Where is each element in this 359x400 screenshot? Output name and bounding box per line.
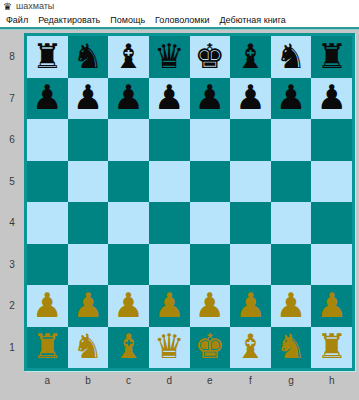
square-c5[interactable] — [108, 161, 149, 203]
square-d7[interactable]: ♟ — [149, 78, 190, 120]
piece-white-knight[interactable]: ♞ — [73, 329, 103, 363]
square-e3[interactable] — [190, 244, 231, 286]
square-e5[interactable] — [190, 161, 231, 203]
square-d4[interactable] — [149, 202, 190, 244]
piece-white-pawn[interactable]: ♟ — [235, 288, 265, 322]
rank-label-6: 6 — [0, 119, 24, 161]
square-a4[interactable] — [27, 202, 68, 244]
square-f2[interactable]: ♟ — [230, 285, 271, 327]
square-f3[interactable] — [230, 244, 271, 286]
square-h5[interactable] — [311, 161, 352, 203]
piece-white-queen[interactable]: ♛ — [154, 329, 184, 363]
menu-item-edit[interactable]: Редактировать — [33, 14, 105, 27]
piece-black-bishop[interactable]: ♝ — [235, 39, 265, 73]
square-c8[interactable]: ♝ — [108, 36, 149, 78]
piece-white-rook[interactable]: ♜ — [32, 329, 62, 363]
square-b7[interactable]: ♟ — [68, 78, 109, 120]
rank-label-3: 3 — [0, 244, 24, 286]
square-a5[interactable] — [27, 161, 68, 203]
square-h7[interactable]: ♟ — [311, 78, 352, 120]
piece-black-pawn[interactable]: ♟ — [32, 80, 62, 114]
rank-labels: 87654321 — [0, 36, 24, 368]
square-e2[interactable]: ♟ — [190, 285, 231, 327]
file-label-a: a — [27, 375, 68, 389]
board-area: 87654321 ♜♞♝♛♚♝♞♜♟♟♟♟♟♟♟♟♟♟♟♟♟♟♟♟♜♞♝♛♚♝♞… — [0, 30, 359, 400]
square-h4[interactable] — [311, 202, 352, 244]
piece-white-pawn[interactable]: ♟ — [73, 288, 103, 322]
piece-white-pawn[interactable]: ♟ — [276, 288, 306, 322]
square-d8[interactable]: ♛ — [149, 36, 190, 78]
square-g5[interactable] — [271, 161, 312, 203]
square-d3[interactable] — [149, 244, 190, 286]
square-g6[interactable] — [271, 119, 312, 161]
square-g4[interactable] — [271, 202, 312, 244]
piece-white-bishop[interactable]: ♝ — [235, 329, 265, 363]
square-b1[interactable]: ♞ — [68, 327, 109, 369]
square-c2[interactable]: ♟ — [108, 285, 149, 327]
menu-item-puzzles[interactable]: Головоломки — [150, 14, 214, 27]
rank-label-8: 8 — [0, 36, 24, 78]
square-g8[interactable]: ♞ — [271, 36, 312, 78]
square-b3[interactable] — [68, 244, 109, 286]
piece-black-rook[interactable]: ♜ — [32, 39, 62, 73]
square-e6[interactable] — [190, 119, 231, 161]
square-g7[interactable]: ♟ — [271, 78, 312, 120]
file-label-c: c — [108, 375, 149, 389]
piece-white-pawn[interactable]: ♟ — [113, 288, 143, 322]
menu-item-opening-book[interactable]: Дебютная книга — [215, 14, 291, 27]
piece-white-pawn[interactable]: ♟ — [32, 288, 62, 322]
square-d5[interactable] — [149, 161, 190, 203]
file-label-e: e — [190, 375, 231, 389]
square-g3[interactable] — [271, 244, 312, 286]
square-e1[interactable]: ♚ — [190, 327, 231, 369]
square-a7[interactable]: ♟ — [27, 78, 68, 120]
piece-white-rook[interactable]: ♜ — [316, 329, 346, 363]
rank-label-1: 1 — [0, 327, 24, 369]
piece-black-king[interactable]: ♚ — [195, 39, 225, 73]
piece-black-pawn[interactable]: ♟ — [154, 80, 184, 114]
piece-black-pawn[interactable]: ♟ — [316, 80, 346, 114]
menu-item-file[interactable]: Файл — [1, 14, 33, 27]
square-d6[interactable] — [149, 119, 190, 161]
square-h1[interactable]: ♜ — [311, 327, 352, 369]
file-label-f: f — [230, 375, 271, 389]
menu-item-help[interactable]: Помощь — [105, 14, 150, 27]
piece-black-rook[interactable]: ♜ — [316, 39, 346, 73]
square-a3[interactable] — [27, 244, 68, 286]
piece-white-bishop[interactable]: ♝ — [113, 329, 143, 363]
square-d1[interactable]: ♛ — [149, 327, 190, 369]
piece-black-queen[interactable]: ♛ — [154, 39, 184, 73]
square-c1[interactable]: ♝ — [108, 327, 149, 369]
rank-label-5: 5 — [0, 161, 24, 203]
square-b6[interactable] — [68, 119, 109, 161]
rank-label-4: 4 — [0, 202, 24, 244]
square-a6[interactable] — [27, 119, 68, 161]
square-a1[interactable]: ♜ — [27, 327, 68, 369]
piece-black-knight[interactable]: ♞ — [276, 39, 306, 73]
file-label-g: g — [271, 375, 312, 389]
square-f1[interactable]: ♝ — [230, 327, 271, 369]
square-b5[interactable] — [68, 161, 109, 203]
title-bar: ♛ шахматы — [0, 0, 359, 13]
chess-board: ♜♞♝♛♚♝♞♜♟♟♟♟♟♟♟♟♟♟♟♟♟♟♟♟♜♞♝♛♚♝♞♜ — [24, 33, 355, 371]
piece-black-pawn[interactable]: ♟ — [235, 80, 265, 114]
piece-black-pawn[interactable]: ♟ — [73, 80, 103, 114]
square-h3[interactable] — [311, 244, 352, 286]
square-h6[interactable] — [311, 119, 352, 161]
square-e4[interactable] — [190, 202, 231, 244]
chess-app-icon: ♛ — [3, 2, 12, 12]
file-label-b: b — [68, 375, 109, 389]
square-c4[interactable] — [108, 202, 149, 244]
square-f6[interactable] — [230, 119, 271, 161]
square-g2[interactable]: ♟ — [271, 285, 312, 327]
piece-white-king[interactable]: ♚ — [195, 329, 225, 363]
square-a8[interactable]: ♜ — [27, 36, 68, 78]
square-f8[interactable]: ♝ — [230, 36, 271, 78]
square-h8[interactable]: ♜ — [311, 36, 352, 78]
square-f7[interactable]: ♟ — [230, 78, 271, 120]
rank-label-2: 2 — [0, 285, 24, 327]
square-c6[interactable] — [108, 119, 149, 161]
square-b2[interactable]: ♟ — [68, 285, 109, 327]
square-c7[interactable]: ♟ — [108, 78, 149, 120]
piece-white-knight[interactable]: ♞ — [276, 329, 306, 363]
piece-black-pawn[interactable]: ♟ — [113, 80, 143, 114]
rank-label-7: 7 — [0, 78, 24, 120]
file-label-h: h — [311, 375, 352, 389]
square-b8[interactable]: ♞ — [68, 36, 109, 78]
file-labels: abcdefgh — [27, 375, 352, 389]
piece-black-knight[interactable]: ♞ — [73, 39, 103, 73]
square-c3[interactable] — [108, 244, 149, 286]
piece-white-pawn[interactable]: ♟ — [154, 288, 184, 322]
piece-black-pawn[interactable]: ♟ — [276, 80, 306, 114]
piece-black-pawn[interactable]: ♟ — [195, 80, 225, 114]
square-a2[interactable]: ♟ — [27, 285, 68, 327]
window-title: шахматы — [16, 1, 54, 12]
square-e8[interactable]: ♚ — [190, 36, 231, 78]
menu-bar: ФайлРедактироватьПомощьГоловоломкиДебютн… — [0, 13, 359, 27]
square-b4[interactable] — [68, 202, 109, 244]
square-h2[interactable]: ♟ — [311, 285, 352, 327]
piece-white-pawn[interactable]: ♟ — [316, 288, 346, 322]
square-d2[interactable]: ♟ — [149, 285, 190, 327]
square-f5[interactable] — [230, 161, 271, 203]
square-g1[interactable]: ♞ — [271, 327, 312, 369]
file-label-d: d — [149, 375, 190, 389]
square-e7[interactable]: ♟ — [190, 78, 231, 120]
piece-black-bishop[interactable]: ♝ — [113, 39, 143, 73]
piece-white-pawn[interactable]: ♟ — [195, 288, 225, 322]
square-f4[interactable] — [230, 202, 271, 244]
